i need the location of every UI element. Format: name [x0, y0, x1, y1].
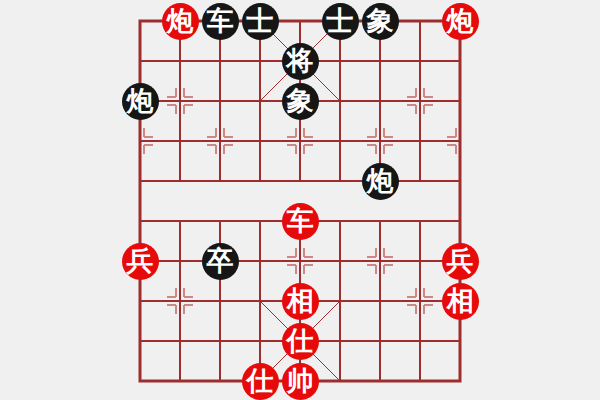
piece-black-advisor[interactable]: 士: [242, 3, 279, 40]
piece-glyph: 车: [207, 8, 234, 35]
piece-black-elephant[interactable]: 象: [282, 83, 319, 120]
piece-red-elephant[interactable]: 相: [442, 283, 479, 320]
piece-glyph: 卒: [207, 248, 234, 275]
piece-glyph: 相: [287, 288, 314, 315]
piece-glyph: 炮: [447, 8, 474, 35]
piece-red-chariot[interactable]: 车: [282, 203, 319, 240]
piece-black-pawn[interactable]: 卒: [202, 243, 239, 280]
piece-black-chariot[interactable]: 车: [202, 3, 239, 40]
piece-glyph: 象: [287, 88, 314, 115]
piece-glyph: 相: [447, 288, 474, 315]
piece-black-cannon[interactable]: 炮: [362, 163, 399, 200]
piece-red-pawn[interactable]: 兵: [442, 243, 479, 280]
pieces-layer: 炮车士士象炮将炮象炮车兵卒兵相相仕仕帅: [0, 0, 600, 400]
piece-black-cannon[interactable]: 炮: [122, 83, 159, 120]
piece-glyph: 炮: [127, 88, 154, 115]
piece-red-advisor[interactable]: 仕: [242, 363, 279, 400]
piece-glyph: 兵: [127, 248, 154, 275]
piece-black-general[interactable]: 将: [282, 43, 319, 80]
piece-black-elephant[interactable]: 象: [362, 3, 399, 40]
piece-glyph: 象: [367, 8, 394, 35]
piece-red-elephant[interactable]: 相: [282, 283, 319, 320]
piece-glyph: 炮: [367, 168, 394, 195]
piece-glyph: 车: [287, 208, 314, 235]
piece-glyph: 兵: [447, 248, 474, 275]
piece-red-advisor[interactable]: 仕: [282, 323, 319, 360]
piece-red-general[interactable]: 帅: [282, 363, 319, 400]
piece-glyph: 炮: [167, 8, 194, 35]
piece-black-advisor[interactable]: 士: [322, 3, 359, 40]
piece-glyph: 士: [247, 8, 274, 35]
piece-glyph: 仕: [287, 328, 314, 355]
piece-glyph: 帅: [287, 368, 314, 395]
piece-glyph: 将: [287, 48, 314, 75]
piece-red-cannon[interactable]: 炮: [162, 3, 199, 40]
piece-red-cannon[interactable]: 炮: [442, 3, 479, 40]
piece-red-pawn[interactable]: 兵: [122, 243, 159, 280]
piece-glyph: 仕: [247, 368, 274, 395]
xiangqi-board-diagram: 炮车士士象炮将炮象炮车兵卒兵相相仕仕帅: [0, 0, 600, 400]
piece-glyph: 士: [327, 8, 354, 35]
